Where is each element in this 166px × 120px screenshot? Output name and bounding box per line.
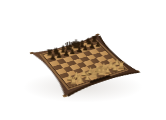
chess-set-product-photo: ♜♞♝♛♚♝♞♜♟♟♟♟♟♟♟♟♟♟♟♟♟♟♟♟♜♞♝♛♚♝♞♜ <box>0 0 166 120</box>
